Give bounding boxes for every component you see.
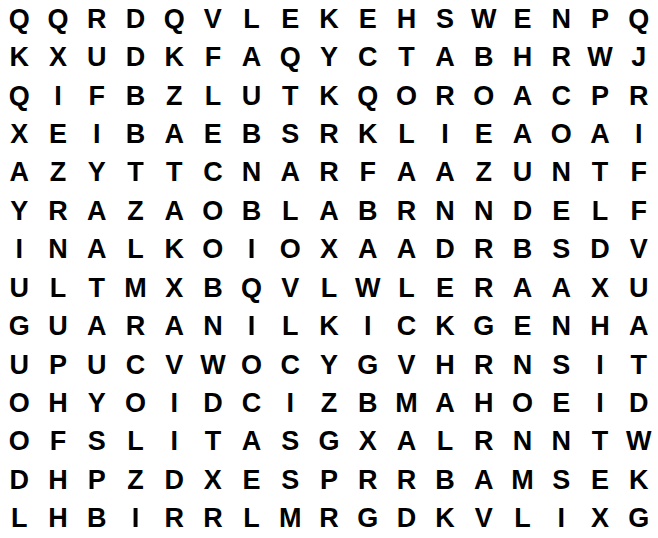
- grid-cell-r12c17: W: [619, 423, 658, 461]
- grid-cell-r10c3: U: [77, 346, 116, 384]
- grid-cell-r4c11: L: [387, 115, 426, 153]
- grid-cell-r11c1: O: [0, 384, 39, 422]
- grid-cell-r2c12: A: [426, 38, 465, 76]
- grid-cell-r13c14: M: [503, 461, 542, 499]
- grid-cell-r14c11: D: [387, 500, 426, 538]
- grid-cell-r5c17: F: [619, 154, 658, 192]
- grid-cell-r3c9: K: [310, 77, 349, 115]
- grid-cell-r9c1: G: [0, 307, 39, 345]
- grid-cell-r6c7: B: [232, 192, 271, 230]
- grid-cell-r9c6: N: [194, 307, 233, 345]
- grid-cell-r4c7: B: [232, 115, 271, 153]
- grid-cell-r13c16: E: [581, 461, 620, 499]
- grid-cell-r11c5: I: [155, 384, 194, 422]
- grid-cell-r5c9: R: [310, 154, 349, 192]
- grid-cell-r10c11: V: [387, 346, 426, 384]
- grid-cell-r9c8: L: [271, 307, 310, 345]
- grid-cell-r8c11: L: [387, 269, 426, 307]
- grid-cell-r13c9: P: [310, 461, 349, 499]
- grid-cell-r13c5: D: [155, 461, 194, 499]
- grid-cell-r9c17: A: [619, 307, 658, 345]
- grid-cell-r6c9: A: [310, 192, 349, 230]
- grid-cell-r13c8: S: [271, 461, 310, 499]
- grid-cell-r10c16: I: [581, 346, 620, 384]
- grid-cell-r12c11: A: [387, 423, 426, 461]
- grid-cell-r8c4: M: [116, 269, 155, 307]
- grid-cell-r7c4: L: [116, 231, 155, 269]
- grid-cell-r2c9: Y: [310, 38, 349, 76]
- grid-cell-r2c15: R: [542, 38, 581, 76]
- grid-cell-r8c6: B: [194, 269, 233, 307]
- grid-cell-r12c12: L: [426, 423, 465, 461]
- grid-cell-r14c1: L: [0, 500, 39, 538]
- grid-cell-r6c4: Z: [116, 192, 155, 230]
- grid-cell-r7c13: R: [464, 231, 503, 269]
- grid-cell-r1c7: L: [232, 0, 271, 38]
- grid-cell-r11c16: I: [581, 384, 620, 422]
- grid-cell-r5c1: A: [0, 154, 39, 192]
- grid-cell-r7c1: I: [0, 231, 39, 269]
- grid-cell-r1c12: S: [426, 0, 465, 38]
- grid-cell-r8c1: U: [0, 269, 39, 307]
- grid-cell-r7c15: S: [542, 231, 581, 269]
- grid-cell-r7c11: A: [387, 231, 426, 269]
- grid-cell-r12c1: O: [0, 423, 39, 461]
- grid-cell-r12c8: S: [271, 423, 310, 461]
- grid-cell-r2c2: X: [39, 38, 78, 76]
- grid-cell-r10c5: V: [155, 346, 194, 384]
- grid-cell-r1c17: Q: [619, 0, 658, 38]
- grid-cell-r7c6: O: [194, 231, 233, 269]
- grid-cell-r13c13: A: [464, 461, 503, 499]
- grid-cell-r4c6: E: [194, 115, 233, 153]
- grid-cell-r14c17: G: [619, 500, 658, 538]
- grid-cell-r12c16: T: [581, 423, 620, 461]
- grid-cell-r2c16: W: [581, 38, 620, 76]
- grid-cell-r2c7: A: [232, 38, 271, 76]
- grid-cell-r1c15: N: [542, 0, 581, 38]
- grid-cell-r11c14: O: [503, 384, 542, 422]
- grid-cell-r5c3: Y: [77, 154, 116, 192]
- grid-cell-r9c3: A: [77, 307, 116, 345]
- grid-cell-r5c12: A: [426, 154, 465, 192]
- grid-cell-r2c5: K: [155, 38, 194, 76]
- grid-cell-r8c7: Q: [232, 269, 271, 307]
- grid-cell-r4c9: R: [310, 115, 349, 153]
- grid-cell-r14c15: I: [542, 500, 581, 538]
- grid-cell-r4c4: B: [116, 115, 155, 153]
- grid-cell-r14c5: R: [155, 500, 194, 538]
- grid-cell-r13c12: B: [426, 461, 465, 499]
- grid-cell-r5c10: F: [348, 154, 387, 192]
- grid-cell-r14c13: V: [464, 500, 503, 538]
- grid-cell-r13c15: S: [542, 461, 581, 499]
- grid-cell-r3c16: P: [581, 77, 620, 115]
- grid-cell-r3c1: Q: [0, 77, 39, 115]
- grid-cell-r4c12: I: [426, 115, 465, 153]
- grid-cell-r6c3: A: [77, 192, 116, 230]
- grid-cell-r11c13: H: [464, 384, 503, 422]
- word-search-grid: QQRDQVLEKEHSWENPQKXUDKFAQYCTABHRWJQIFBZL…: [0, 0, 658, 538]
- grid-cell-r11c4: O: [116, 384, 155, 422]
- grid-cell-r1c9: K: [310, 0, 349, 38]
- grid-cell-r2c6: F: [194, 38, 233, 76]
- grid-cell-r12c3: S: [77, 423, 116, 461]
- grid-cell-r2c11: T: [387, 38, 426, 76]
- grid-cell-r1c1: Q: [0, 0, 39, 38]
- grid-cell-r1c3: R: [77, 0, 116, 38]
- grid-cell-r3c3: F: [77, 77, 116, 115]
- grid-cell-r4c1: X: [0, 115, 39, 153]
- grid-cell-r7c5: K: [155, 231, 194, 269]
- grid-cell-r5c8: A: [271, 154, 310, 192]
- grid-cell-r7c2: N: [39, 231, 78, 269]
- grid-cell-r9c4: R: [116, 307, 155, 345]
- grid-cell-r12c10: X: [348, 423, 387, 461]
- grid-cell-r3c12: R: [426, 77, 465, 115]
- grid-cell-r11c17: D: [619, 384, 658, 422]
- grid-cell-r7c17: V: [619, 231, 658, 269]
- grid-cell-r13c3: P: [77, 461, 116, 499]
- grid-cell-r7c9: X: [310, 231, 349, 269]
- grid-cell-r9c9: K: [310, 307, 349, 345]
- grid-cell-r1c4: D: [116, 0, 155, 38]
- grid-cell-r1c2: Q: [39, 0, 78, 38]
- grid-cell-r12c9: G: [310, 423, 349, 461]
- grid-cell-r4c17: I: [619, 115, 658, 153]
- grid-cell-r3c11: O: [387, 77, 426, 115]
- word-search-page: QQRDQVLEKEHSWENPQKXUDKFAQYCTABHRWJQIFBZL…: [0, 0, 658, 538]
- grid-cell-r3c17: R: [619, 77, 658, 115]
- grid-cell-r10c1: U: [0, 346, 39, 384]
- grid-cell-r9c5: A: [155, 307, 194, 345]
- grid-cell-r14c14: L: [503, 500, 542, 538]
- grid-cell-r2c17: J: [619, 38, 658, 76]
- grid-cell-r9c15: N: [542, 307, 581, 345]
- grid-cell-r5c14: U: [503, 154, 542, 192]
- grid-cell-r12c7: A: [232, 423, 271, 461]
- grid-cell-r6c12: N: [426, 192, 465, 230]
- grid-cell-r10c9: Y: [310, 346, 349, 384]
- grid-cell-r10c7: O: [232, 346, 271, 384]
- grid-cell-r9c14: E: [503, 307, 542, 345]
- grid-cell-r8c13: R: [464, 269, 503, 307]
- grid-cell-r9c10: I: [348, 307, 387, 345]
- grid-cell-r10c12: H: [426, 346, 465, 384]
- grid-cell-r14c2: H: [39, 500, 78, 538]
- grid-cell-r5c4: T: [116, 154, 155, 192]
- grid-cell-r13c1: D: [0, 461, 39, 499]
- grid-cell-r14c9: R: [310, 500, 349, 538]
- grid-cell-r9c2: U: [39, 307, 78, 345]
- grid-cell-r4c10: K: [348, 115, 387, 153]
- grid-cell-r14c8: M: [271, 500, 310, 538]
- grid-cell-r10c14: N: [503, 346, 542, 384]
- grid-cell-r12c14: N: [503, 423, 542, 461]
- grid-cell-r10c15: S: [542, 346, 581, 384]
- grid-cell-r9c12: K: [426, 307, 465, 345]
- grid-cell-r13c4: Z: [116, 461, 155, 499]
- grid-cell-r7c8: O: [271, 231, 310, 269]
- grid-cell-r3c4: B: [116, 77, 155, 115]
- grid-cell-r8c16: X: [581, 269, 620, 307]
- grid-cell-r7c14: B: [503, 231, 542, 269]
- grid-cell-r6c2: R: [39, 192, 78, 230]
- grid-cell-r5c16: T: [581, 154, 620, 192]
- grid-cell-r6c14: D: [503, 192, 542, 230]
- grid-cell-r4c3: I: [77, 115, 116, 153]
- grid-cell-r2c8: Q: [271, 38, 310, 76]
- grid-cell-r1c11: H: [387, 0, 426, 38]
- grid-cell-r2c14: H: [503, 38, 542, 76]
- grid-cell-r6c8: L: [271, 192, 310, 230]
- grid-cell-r4c16: A: [581, 115, 620, 153]
- grid-cell-r3c13: O: [464, 77, 503, 115]
- grid-cell-r6c13: N: [464, 192, 503, 230]
- grid-cell-r7c3: A: [77, 231, 116, 269]
- grid-cell-r8c12: E: [426, 269, 465, 307]
- grid-cell-r14c16: X: [581, 500, 620, 538]
- grid-cell-r12c2: F: [39, 423, 78, 461]
- grid-cell-r11c12: A: [426, 384, 465, 422]
- grid-cell-r13c2: H: [39, 461, 78, 499]
- grid-cell-r12c4: L: [116, 423, 155, 461]
- grid-cell-r4c5: A: [155, 115, 194, 153]
- grid-cell-r11c15: E: [542, 384, 581, 422]
- grid-cell-r13c10: R: [348, 461, 387, 499]
- grid-cell-r10c4: C: [116, 346, 155, 384]
- grid-cell-r9c11: C: [387, 307, 426, 345]
- grid-cell-r10c6: W: [194, 346, 233, 384]
- grid-cell-r14c6: R: [194, 500, 233, 538]
- grid-cell-r2c1: K: [0, 38, 39, 76]
- grid-cell-r6c17: F: [619, 192, 658, 230]
- grid-cell-r11c6: D: [194, 384, 233, 422]
- grid-cell-r3c15: C: [542, 77, 581, 115]
- grid-cell-r12c5: I: [155, 423, 194, 461]
- grid-cell-r2c3: U: [77, 38, 116, 76]
- grid-cell-r12c13: R: [464, 423, 503, 461]
- grid-cell-r1c6: V: [194, 0, 233, 38]
- grid-cell-r11c9: Z: [310, 384, 349, 422]
- grid-cell-r3c14: A: [503, 77, 542, 115]
- grid-cell-r14c3: B: [77, 500, 116, 538]
- grid-cell-r13c17: K: [619, 461, 658, 499]
- grid-cell-r10c10: G: [348, 346, 387, 384]
- grid-cell-r3c6: L: [194, 77, 233, 115]
- grid-cell-r8c8: V: [271, 269, 310, 307]
- grid-cell-r9c13: G: [464, 307, 503, 345]
- grid-cell-r12c15: N: [542, 423, 581, 461]
- grid-cell-r1c5: Q: [155, 0, 194, 38]
- grid-cell-r1c13: W: [464, 0, 503, 38]
- grid-cell-r10c17: T: [619, 346, 658, 384]
- grid-cell-r8c15: A: [542, 269, 581, 307]
- grid-cell-r13c11: R: [387, 461, 426, 499]
- grid-cell-r14c10: G: [348, 500, 387, 538]
- grid-cell-r11c10: B: [348, 384, 387, 422]
- grid-cell-r7c10: A: [348, 231, 387, 269]
- grid-cell-r3c7: U: [232, 77, 271, 115]
- grid-cell-r5c13: Z: [464, 154, 503, 192]
- grid-cell-r13c6: X: [194, 461, 233, 499]
- grid-cell-r5c11: A: [387, 154, 426, 192]
- grid-cell-r8c17: U: [619, 269, 658, 307]
- grid-cell-r6c1: Y: [0, 192, 39, 230]
- grid-cell-r8c5: X: [155, 269, 194, 307]
- grid-cell-r7c7: I: [232, 231, 271, 269]
- grid-cell-r11c7: C: [232, 384, 271, 422]
- grid-cell-r6c5: A: [155, 192, 194, 230]
- grid-cell-r14c7: L: [232, 500, 271, 538]
- grid-cell-r8c2: L: [39, 269, 78, 307]
- grid-cell-r3c2: I: [39, 77, 78, 115]
- grid-cell-r8c10: W: [348, 269, 387, 307]
- grid-cell-r10c8: C: [271, 346, 310, 384]
- grid-cell-r5c5: T: [155, 154, 194, 192]
- grid-cell-r3c10: Q: [348, 77, 387, 115]
- grid-cell-r1c16: P: [581, 0, 620, 38]
- grid-cell-r11c11: M: [387, 384, 426, 422]
- grid-cell-r6c11: R: [387, 192, 426, 230]
- grid-cell-r1c10: E: [348, 0, 387, 38]
- grid-cell-r12c6: T: [194, 423, 233, 461]
- grid-cell-r11c3: Y: [77, 384, 116, 422]
- grid-cell-r13c7: E: [232, 461, 271, 499]
- grid-cell-r2c13: B: [464, 38, 503, 76]
- grid-cell-r3c5: Z: [155, 77, 194, 115]
- grid-cell-r5c15: N: [542, 154, 581, 192]
- grid-cell-r1c8: E: [271, 0, 310, 38]
- grid-cell-r4c8: S: [271, 115, 310, 153]
- grid-cell-r6c10: B: [348, 192, 387, 230]
- grid-cell-r2c10: C: [348, 38, 387, 76]
- grid-cell-r3c8: T: [271, 77, 310, 115]
- grid-cell-r8c9: L: [310, 269, 349, 307]
- grid-cell-r4c13: E: [464, 115, 503, 153]
- grid-cell-r8c3: T: [77, 269, 116, 307]
- grid-cell-r4c14: A: [503, 115, 542, 153]
- grid-cell-r14c4: I: [116, 500, 155, 538]
- grid-cell-r4c2: E: [39, 115, 78, 153]
- grid-cell-r9c7: I: [232, 307, 271, 345]
- grid-cell-r11c8: I: [271, 384, 310, 422]
- grid-cell-r14c12: K: [426, 500, 465, 538]
- grid-cell-r1c14: E: [503, 0, 542, 38]
- grid-cell-r11c2: H: [39, 384, 78, 422]
- grid-cell-r5c7: N: [232, 154, 271, 192]
- grid-cell-r7c16: D: [581, 231, 620, 269]
- grid-cell-r6c15: E: [542, 192, 581, 230]
- grid-cell-r6c16: L: [581, 192, 620, 230]
- grid-cell-r10c2: P: [39, 346, 78, 384]
- grid-cell-r10c13: R: [464, 346, 503, 384]
- grid-cell-r7c12: D: [426, 231, 465, 269]
- grid-cell-r8c14: A: [503, 269, 542, 307]
- grid-cell-r9c16: H: [581, 307, 620, 345]
- grid-cell-r4c15: O: [542, 115, 581, 153]
- grid-cell-r5c6: C: [194, 154, 233, 192]
- grid-cell-r6c6: O: [194, 192, 233, 230]
- grid-cell-r2c4: D: [116, 38, 155, 76]
- grid-cell-r5c2: Z: [39, 154, 78, 192]
